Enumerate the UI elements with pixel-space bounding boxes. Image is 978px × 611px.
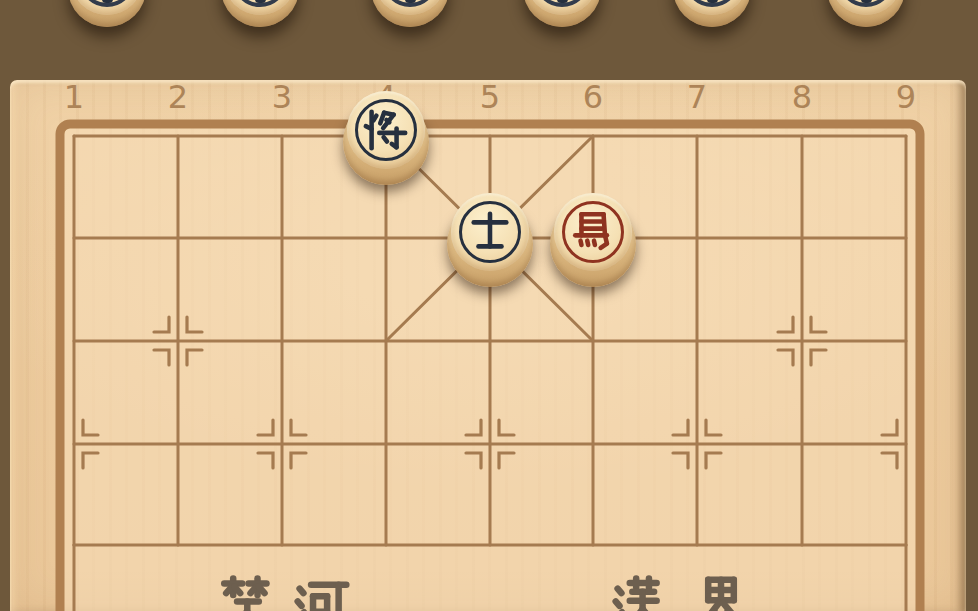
tray-piece-2	[221, 0, 299, 31]
piece-face	[451, 193, 529, 271]
file-label-7: 7	[675, 79, 719, 115]
piece-character-將	[362, 106, 410, 154]
tray-piece-4	[523, 0, 601, 31]
tray-piece-3	[371, 0, 449, 31]
game-screen: 123456789	[0, 0, 978, 611]
file-label-2: 2	[156, 79, 200, 115]
file-label-8: 8	[780, 79, 824, 115]
tray-piece-6	[827, 0, 905, 31]
piece-red-horse[interactable]	[550, 193, 636, 289]
piece-black-general[interactable]	[343, 91, 429, 187]
tray-piece-5	[673, 0, 751, 31]
piece-face	[347, 91, 425, 169]
file-label-6: 6	[571, 79, 615, 115]
file-label-5: 5	[468, 79, 512, 115]
piece-black-advisor[interactable]	[447, 193, 533, 289]
file-label-3: 3	[260, 79, 304, 115]
file-label-9: 9	[884, 79, 928, 115]
piece-character-士	[466, 208, 514, 256]
piece-face	[554, 193, 632, 271]
tray-piece-1	[68, 0, 146, 31]
piece-character-馬	[569, 208, 617, 256]
file-label-1: 1	[52, 79, 96, 115]
